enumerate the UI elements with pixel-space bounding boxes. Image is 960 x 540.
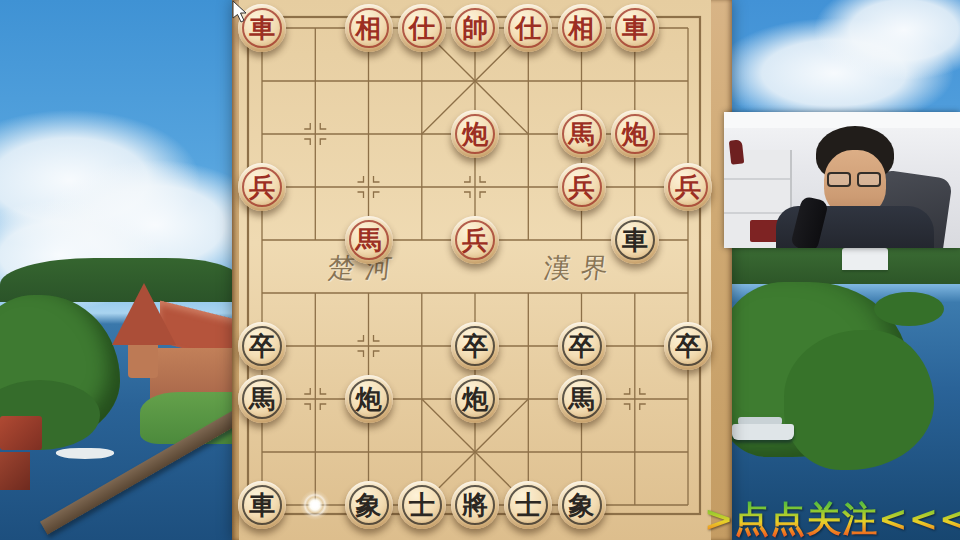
- piece-black-馬[interactable]: 馬: [238, 375, 286, 423]
- calligraphy-column-right: 胜兵先胜而后求战: [118, 142, 169, 166]
- last-move-marker: [300, 490, 330, 520]
- piece-red-兵[interactable]: 兵: [451, 216, 499, 264]
- piece-red-馬[interactable]: 馬: [558, 110, 606, 158]
- webcam-figurine: [729, 139, 744, 164]
- piece-red-兵[interactable]: 兵: [664, 163, 712, 211]
- piece-black-象[interactable]: 象: [558, 481, 606, 529]
- webcam-wall: [724, 112, 960, 128]
- calligraphy-column-left: 败兵先战而后求胜: [72, 164, 123, 188]
- piece-red-車[interactable]: 車: [611, 4, 659, 52]
- piece-red-馬[interactable]: 馬: [345, 216, 393, 264]
- piece-black-車[interactable]: 車: [611, 216, 659, 264]
- rooftop: [0, 452, 30, 490]
- piece-black-士[interactable]: 士: [398, 481, 446, 529]
- glasses-lens: [827, 172, 851, 187]
- piece-black-卒[interactable]: 卒: [238, 322, 286, 370]
- glasses-lens: [857, 172, 881, 187]
- piece-black-將[interactable]: 將: [451, 481, 499, 529]
- piece-black-士[interactable]: 士: [504, 481, 552, 529]
- piece-red-仕[interactable]: 仕: [504, 4, 552, 52]
- white-building: [842, 248, 888, 270]
- piece-black-馬[interactable]: 馬: [558, 375, 606, 423]
- webcam-feed: [724, 112, 960, 248]
- boat: [56, 448, 114, 459]
- piece-red-兵[interactable]: 兵: [238, 163, 286, 211]
- follow-banner: >点点关注<<<: [704, 496, 960, 540]
- boat: [732, 424, 794, 440]
- piece-red-相[interactable]: 相: [558, 4, 606, 52]
- piece-red-相[interactable]: 相: [345, 4, 393, 52]
- piece-black-車[interactable]: 車: [238, 481, 286, 529]
- castle-turret: [128, 340, 158, 378]
- mouse-cursor: [232, 0, 250, 24]
- piece-black-卒[interactable]: 卒: [664, 322, 712, 370]
- piece-black-象[interactable]: 象: [345, 481, 393, 529]
- pieces-layer: 車相仕帥仕相車炮馬炮兵兵兵馬兵車卒卒卒卒馬炮炮馬車象士將士象: [232, 0, 732, 540]
- background-right-lake-scene: [724, 0, 960, 540]
- piece-red-炮[interactable]: 炮: [451, 110, 499, 158]
- piece-black-卒[interactable]: 卒: [558, 322, 606, 370]
- piece-black-卒[interactable]: 卒: [451, 322, 499, 370]
- piece-red-帥[interactable]: 帥: [451, 4, 499, 52]
- piece-red-炮[interactable]: 炮: [611, 110, 659, 158]
- castle-tower: [112, 283, 176, 345]
- piece-black-炮[interactable]: 炮: [345, 375, 393, 423]
- piece-red-仕[interactable]: 仕: [398, 4, 446, 52]
- island: [874, 292, 944, 326]
- piece-red-兵[interactable]: 兵: [558, 163, 606, 211]
- piece-black-炮[interactable]: 炮: [451, 375, 499, 423]
- island: [784, 330, 934, 470]
- rooftop: [0, 416, 42, 450]
- background-left-lake-scene: [0, 0, 236, 540]
- stream-screen: 楚河 漢界 車相仕帥仕相車炮馬炮兵兵兵馬兵車卒卒卒卒馬炮炮馬車象士將士象 胜兵先…: [0, 0, 960, 540]
- xiangqi-board[interactable]: 楚河 漢界 車相仕帥仕相車炮馬炮兵兵兵馬兵車卒卒卒卒馬炮炮馬車象士將士象: [232, 0, 732, 540]
